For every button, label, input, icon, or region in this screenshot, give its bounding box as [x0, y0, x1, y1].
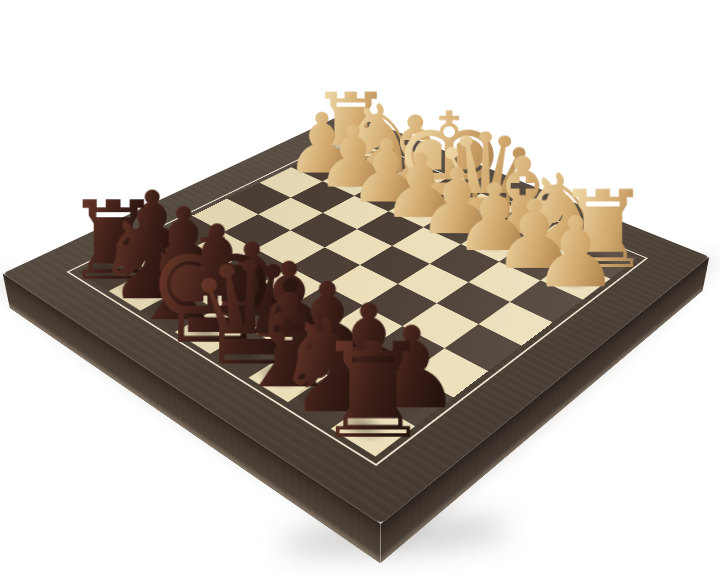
square-a8: ♜	[330, 400, 415, 456]
chess-board: ♜♞♝♚♛♝♞♜♟♟♟♟♟♟♟♟♟♟♟♟♟♟♟♟♜♞♝♚♛♝♞♜	[3, 112, 710, 524]
piece-black-rook: ♜	[314, 326, 432, 458]
scene: ♜♞♝♚♛♝♞♜♟♟♟♟♟♟♟♟♟♟♟♟♟♟♟♟♜♞♝♚♛♝♞♜	[0, 0, 720, 576]
